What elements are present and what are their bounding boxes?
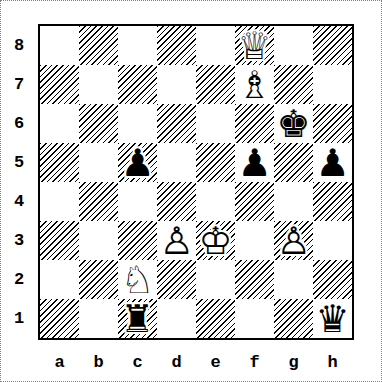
white-bishop-fill: ♝ [235,65,274,104]
file-label-b: b [79,350,118,376]
square-d7[interactable] [157,65,196,104]
file-label-g: g [274,350,313,376]
white-king-icon: ♔ [196,221,235,260]
white-knight-icon: ♘ [118,260,157,299]
square-g4[interactable] [274,182,313,221]
square-e5[interactable] [196,143,235,182]
white-bishop-icon: ♗ [235,65,274,104]
piece-black-rook-c1[interactable]: ♜♜ [118,299,157,338]
square-h6[interactable] [313,104,352,143]
black-rook-fill: ♜ [118,299,157,338]
square-f5[interactable]: ♟♟ [235,143,274,182]
black-pawn-icon: ♟ [313,143,352,182]
square-b4[interactable] [79,182,118,221]
rank-label-2: 2 [5,260,33,299]
rank-label-6: 6 [5,104,33,143]
black-pawn-fill: ♟ [118,143,157,182]
piece-white-bishop-f7[interactable]: ♝♗ [235,65,274,104]
square-c5[interactable]: ♟♟ [118,143,157,182]
square-g1[interactable] [274,299,313,338]
square-e2[interactable] [196,260,235,299]
square-d1[interactable] [157,299,196,338]
black-pawn-icon: ♟ [118,143,157,182]
square-e1[interactable] [196,299,235,338]
white-knight-fill: ♞ [118,260,157,299]
file-label-h: h [313,350,352,376]
piece-white-queen-f8[interactable]: ♛♕ [235,26,274,65]
rank-label-4: 4 [5,182,33,221]
square-f3[interactable] [235,221,274,260]
square-a3[interactable] [40,221,79,260]
white-queen-fill: ♛ [235,26,274,65]
square-a5[interactable] [40,143,79,182]
black-rook-icon: ♜ [118,299,157,338]
square-d2[interactable] [157,260,196,299]
white-pawn-fill: ♟ [157,221,196,260]
black-queen-fill: ♛ [313,299,352,338]
piece-black-pawn-f5[interactable]: ♟♟ [235,143,274,182]
black-king-fill: ♚ [274,104,313,143]
black-king-icon: ♚ [274,104,313,143]
square-c3[interactable] [118,221,157,260]
square-e3[interactable]: ♚♔ [196,221,235,260]
square-c6[interactable] [118,104,157,143]
piece-black-queen-h1[interactable]: ♛♛ [313,299,352,338]
square-a8[interactable] [40,26,79,65]
square-b2[interactable] [79,260,118,299]
black-queen-icon: ♛ [313,299,352,338]
square-h4[interactable] [313,182,352,221]
white-king-fill: ♚ [196,221,235,260]
square-h5[interactable]: ♟♟ [313,143,352,182]
file-label-d: d [157,350,196,376]
white-queen-icon: ♕ [235,26,274,65]
white-pawn-icon: ♙ [274,221,313,260]
rank-label-3: 3 [5,221,33,260]
piece-white-pawn-g3[interactable]: ♟♙ [274,221,313,260]
square-g7[interactable] [274,65,313,104]
rank-label-5: 5 [5,143,33,182]
square-g8[interactable] [274,26,313,65]
square-d8[interactable] [157,26,196,65]
white-pawn-icon: ♙ [157,221,196,260]
black-pawn-icon: ♟ [235,143,274,182]
square-f7[interactable]: ♝♗ [235,65,274,104]
piece-white-knight-c2[interactable]: ♞♘ [118,260,157,299]
square-b1[interactable] [79,299,118,338]
white-pawn-fill: ♟ [274,221,313,260]
file-label-f: f [235,350,274,376]
square-c1[interactable]: ♜♜ [118,299,157,338]
square-a6[interactable] [40,104,79,143]
square-b6[interactable] [79,104,118,143]
square-h7[interactable] [313,65,352,104]
piece-black-pawn-c5[interactable]: ♟♟ [118,143,157,182]
square-a2[interactable] [40,260,79,299]
piece-white-king-e3[interactable]: ♚♔ [196,221,235,260]
rank-label-8: 8 [5,26,33,65]
square-f8[interactable]: ♛♕ [235,26,274,65]
square-d5[interactable] [157,143,196,182]
piece-black-pawn-h5[interactable]: ♟♟ [313,143,352,182]
square-h1[interactable]: ♛♛ [313,299,352,338]
rank-label-1: 1 [5,299,33,338]
square-g2[interactable] [274,260,313,299]
black-pawn-fill: ♟ [235,143,274,182]
square-c2[interactable]: ♞♘ [118,260,157,299]
chess-diagram: ♛♕♝♗♚♚♟♟♟♟♟♟♟♙♚♔♟♙♞♘♜♜♛♛ 8 7 6 5 4 3 2 1… [0,0,382,382]
square-h2[interactable] [313,260,352,299]
square-f2[interactable] [235,260,274,299]
square-f1[interactable] [235,299,274,338]
square-d4[interactable] [157,182,196,221]
square-b3[interactable] [79,221,118,260]
piece-white-pawn-d3[interactable]: ♟♙ [157,221,196,260]
square-c4[interactable] [118,182,157,221]
square-g3[interactable]: ♟♙ [274,221,313,260]
square-d6[interactable] [157,104,196,143]
square-f4[interactable] [235,182,274,221]
square-a1[interactable] [40,299,79,338]
square-e8[interactable] [196,26,235,65]
square-c7[interactable] [118,65,157,104]
piece-black-king-g6[interactable]: ♚♚ [274,104,313,143]
file-label-a: a [40,350,79,376]
square-h8[interactable] [313,26,352,65]
square-e7[interactable] [196,65,235,104]
black-pawn-fill: ♟ [313,143,352,182]
rank-label-7: 7 [5,65,33,104]
chess-board: ♛♕♝♗♚♚♟♟♟♟♟♟♟♙♚♔♟♙♞♘♜♜♛♛ [38,24,354,340]
square-e4[interactable] [196,182,235,221]
square-b5[interactable] [79,143,118,182]
square-d3[interactable]: ♟♙ [157,221,196,260]
square-g6[interactable]: ♚♚ [274,104,313,143]
file-label-e: e [196,350,235,376]
square-c8[interactable] [118,26,157,65]
square-b7[interactable] [79,65,118,104]
file-label-c: c [118,350,157,376]
square-a7[interactable] [40,65,79,104]
square-b8[interactable] [79,26,118,65]
square-e6[interactable] [196,104,235,143]
square-f6[interactable] [235,104,274,143]
square-h3[interactable] [313,221,352,260]
square-a4[interactable] [40,182,79,221]
square-g5[interactable] [274,143,313,182]
